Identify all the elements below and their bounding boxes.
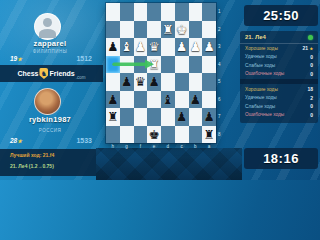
square-e2[interactable]: [147, 21, 161, 39]
rank-label: 6: [218, 91, 224, 109]
analysis-text-band: Лучший ход: 21.f4 21. Ле4 (1.2→0.75): [0, 149, 103, 176]
clock-top: 25:50: [244, 5, 318, 26]
white-p-piece: ♟: [189, 38, 203, 56]
block-divider: [240, 79, 318, 84]
last-move-label: 21. Ле4: [245, 34, 266, 40]
rank-label: 5: [218, 73, 224, 91]
square-g6[interactable]: [120, 91, 134, 109]
stat-row: Хорошие ходы 21 ★: [240, 44, 318, 53]
black-p-piece: ♟: [147, 73, 161, 91]
table-surface: [96, 148, 242, 180]
square-e8[interactable]: ♚: [147, 126, 161, 144]
player-bottom-name: rybkin1987: [0, 115, 100, 124]
square-a4[interactable]: [202, 56, 216, 74]
square-d4[interactable]: [161, 56, 175, 74]
white-p-piece: ♟: [202, 38, 216, 56]
white-p-piece: ♟: [134, 38, 148, 56]
player-bottom-stars: 28★: [10, 137, 22, 144]
analysis-header: 21. Ле4: [240, 31, 318, 44]
stat-row: Ошибочные ходы 0: [240, 70, 318, 79]
square-d2[interactable]: ♜: [161, 21, 175, 39]
black-p-piece: ♟: [106, 91, 120, 109]
black-p-piece: ♟: [189, 91, 203, 109]
square-e4[interactable]: ♜: [147, 56, 161, 74]
player-top-name: zapparel: [0, 39, 100, 48]
square-b4[interactable]: [189, 56, 203, 74]
square-h7[interactable]: ♜: [106, 108, 120, 126]
white-q-piece: ♛: [147, 38, 161, 56]
player-bottom-stats: 28★ 1533: [10, 137, 92, 144]
square-b1[interactable]: [189, 3, 203, 21]
white-b-piece: ♝: [120, 38, 134, 56]
square-f3[interactable]: ♟: [134, 38, 148, 56]
square-f1[interactable]: [134, 3, 148, 21]
square-c6[interactable]: [175, 91, 189, 109]
logo-text-com: .com: [76, 75, 86, 80]
chessfriends-logo: Chess ♞ Friends .com: [0, 65, 103, 82]
avatar-top-player: [34, 13, 61, 40]
square-c8[interactable]: [175, 126, 189, 144]
player-top-country: ФИЛИППИНЫ: [0, 49, 100, 54]
file-labels: hgfedcba: [106, 144, 216, 149]
square-b3[interactable]: ♟: [189, 38, 203, 56]
square-c1[interactable]: [175, 3, 189, 21]
stat-row: Слабые ходы 0: [240, 102, 318, 111]
player-bottom-country: РОССИЯ: [0, 128, 100, 133]
black-p-piece: ♟: [175, 108, 189, 126]
square-b8[interactable]: [189, 126, 203, 144]
clock-bottom: 18:16: [244, 148, 318, 169]
square-f6[interactable]: [134, 91, 148, 109]
rank-label: 4: [218, 56, 224, 74]
rank-label: 3: [218, 38, 224, 56]
white-k-piece: ♚: [175, 21, 189, 39]
square-e1[interactable]: [147, 3, 161, 21]
black-p-piece: ♟: [202, 108, 216, 126]
square-c4[interactable]: [175, 56, 189, 74]
file-label: b: [189, 144, 203, 149]
rank-label: 2: [218, 21, 224, 39]
square-h1[interactable]: [106, 3, 120, 21]
file-label: d: [161, 144, 175, 149]
square-g5[interactable]: ♟: [120, 73, 134, 91]
star-icon: ★: [17, 138, 22, 144]
square-h2[interactable]: [106, 21, 120, 39]
square-c3[interactable]: ♟: [175, 38, 189, 56]
file-label: e: [147, 144, 161, 149]
square-a8[interactable]: ♜: [202, 126, 216, 144]
square-c5[interactable]: [175, 73, 189, 91]
black-r-piece: ♜: [106, 108, 120, 126]
file-label: c: [175, 144, 189, 149]
file-label: h: [106, 144, 120, 149]
stat-row: Хорошие ходы 18: [240, 85, 318, 94]
player-top-rating: 1512: [76, 55, 92, 62]
black-p-piece: ♟: [106, 38, 120, 56]
square-d6[interactable]: ♝: [161, 91, 175, 109]
square-g3[interactable]: ♝: [120, 38, 134, 56]
knight-shield-icon: ♞: [39, 68, 48, 79]
square-a7[interactable]: ♟: [202, 108, 216, 126]
square-f2[interactable]: [134, 21, 148, 39]
square-g8[interactable]: [120, 126, 134, 144]
square-g2[interactable]: [120, 21, 134, 39]
rank-label: 7: [218, 108, 224, 126]
black-b-piece: ♝: [161, 91, 175, 109]
square-b7[interactable]: [189, 108, 203, 126]
square-c2[interactable]: ♚: [175, 21, 189, 39]
board-wrap: ♜♚♟♝♟♛♟♟♟♜♟♛♟♟♝♟♜♟♟♚♜: [106, 3, 216, 143]
best-move-text: Лучший ход: 21.f4: [10, 152, 54, 158]
square-h3[interactable]: ♟: [106, 38, 120, 56]
square-f8[interactable]: [134, 126, 148, 144]
square-b6[interactable]: ♟: [189, 91, 203, 109]
logo-text-friends: Friends: [49, 70, 74, 77]
square-b5[interactable]: [189, 73, 203, 91]
played-move-text: 21. Ле4 (1.2→0.75): [10, 163, 54, 169]
stat-row: Слабые ходы 0: [240, 61, 318, 70]
file-label: a: [202, 144, 216, 149]
player-top-stars: 19★: [10, 55, 22, 62]
square-a5[interactable]: [202, 73, 216, 91]
black-r-piece: ♜: [202, 126, 216, 144]
black-k-piece: ♚: [147, 126, 161, 144]
square-d8[interactable]: [161, 126, 175, 144]
player-top-stats: 19★ 1512: [10, 55, 92, 62]
square-b2[interactable]: [189, 21, 203, 39]
rank-labels: 12345678: [218, 3, 224, 143]
file-label: g: [120, 144, 134, 149]
square-h5[interactable]: [106, 73, 120, 91]
square-h4[interactable]: [106, 56, 120, 74]
stat-row: Удачные ходы 2: [240, 94, 318, 103]
square-d3[interactable]: [161, 38, 175, 56]
square-h6[interactable]: ♟: [106, 91, 120, 109]
square-f7[interactable]: [134, 108, 148, 126]
square-a2[interactable]: [202, 21, 216, 39]
white-r-piece: ♜: [161, 21, 175, 39]
file-label: f: [134, 144, 148, 149]
black-q-piece: ♛: [134, 73, 148, 91]
avatar-bottom-player: [34, 88, 61, 115]
stat-row: Удачные ходы 0: [240, 53, 318, 62]
black-p-piece: ♟: [120, 73, 134, 91]
square-g1[interactable]: [120, 3, 134, 21]
star-icon: ★: [17, 56, 22, 62]
analysis-panel: 21. Ле4 Хорошие ходы 21 ★ Удачные ходы 0…: [240, 31, 318, 123]
white-r-piece: ♜: [147, 56, 161, 74]
rank-label: 8: [218, 126, 224, 144]
square-f4[interactable]: [134, 56, 148, 74]
square-e6[interactable]: [147, 91, 161, 109]
square-c7[interactable]: ♟: [175, 108, 189, 126]
square-h8[interactable]: [106, 126, 120, 144]
square-a3[interactable]: ♟: [202, 38, 216, 56]
square-d1[interactable]: [161, 3, 175, 21]
square-d5[interactable]: [161, 73, 175, 91]
square-f5[interactable]: ♛: [134, 73, 148, 91]
square-g4[interactable]: [120, 56, 134, 74]
player-bottom-rating: 1533: [76, 137, 92, 144]
square-e5[interactable]: ♟: [147, 73, 161, 91]
square-a1[interactable]: [202, 3, 216, 21]
good-move-dot-icon: [308, 35, 313, 40]
rank-label: 1: [218, 3, 224, 21]
white-p-piece: ♟: [175, 38, 189, 56]
square-e7[interactable]: [147, 108, 161, 126]
logo-text-chess: Chess: [17, 70, 38, 77]
stat-row: Ошибочные ходы 0: [240, 111, 318, 120]
square-g7[interactable]: [120, 108, 134, 126]
board: ♜♚♟♝♟♛♟♟♟♜♟♛♟♟♝♟♜♟♟♚♜: [106, 3, 216, 143]
square-a6[interactable]: [202, 91, 216, 109]
square-e3[interactable]: ♛: [147, 38, 161, 56]
square-d7[interactable]: [161, 108, 175, 126]
star-icon: ★: [309, 46, 313, 51]
